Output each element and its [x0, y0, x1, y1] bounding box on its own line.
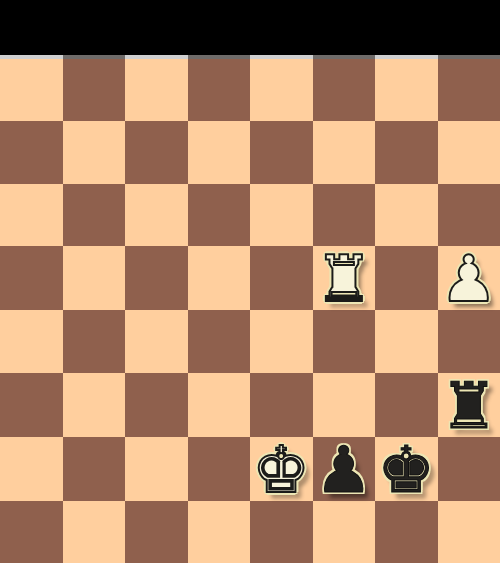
square-e2[interactable]: ♚ — [250, 437, 313, 501]
square-b5[interactable] — [63, 246, 126, 310]
square-h7[interactable] — [438, 121, 500, 183]
square-g2[interactable]: ♚ — [375, 437, 438, 501]
square-f5[interactable]: ♜ — [313, 246, 376, 310]
square-f8[interactable] — [313, 59, 376, 121]
square-a3[interactable] — [0, 373, 63, 437]
square-h8[interactable] — [438, 59, 500, 121]
square-a5[interactable] — [0, 246, 63, 310]
square-h6[interactable] — [438, 184, 500, 246]
square-e8[interactable] — [250, 59, 313, 121]
square-b7[interactable] — [63, 121, 126, 183]
square-c8[interactable] — [125, 59, 188, 121]
square-e6[interactable] — [250, 184, 313, 246]
square-a4[interactable] — [0, 310, 63, 372]
square-b8[interactable] — [63, 59, 126, 121]
square-d2[interactable] — [188, 437, 251, 501]
square-f6[interactable] — [313, 184, 376, 246]
chess-board: ♜♟♜♚♟♚ — [0, 59, 500, 563]
square-c2[interactable] — [125, 437, 188, 501]
square-f3[interactable] — [313, 373, 376, 437]
app-window: ♜♟♜♚♟♚ — [0, 0, 500, 563]
black-rook[interactable]: ♜ — [440, 374, 497, 438]
white-rook[interactable]: ♜ — [315, 247, 372, 311]
square-d8[interactable] — [188, 59, 251, 121]
square-g4[interactable] — [375, 310, 438, 372]
square-f2[interactable]: ♟ — [313, 437, 376, 501]
square-e7[interactable] — [250, 121, 313, 183]
square-f7[interactable] — [313, 121, 376, 183]
square-c5[interactable] — [125, 246, 188, 310]
square-b6[interactable] — [63, 184, 126, 246]
square-e4[interactable] — [250, 310, 313, 372]
square-g3[interactable] — [375, 373, 438, 437]
square-a7[interactable] — [0, 121, 63, 183]
square-e1[interactable] — [250, 501, 313, 563]
square-g7[interactable] — [375, 121, 438, 183]
top-black-bar — [0, 0, 500, 55]
square-c6[interactable] — [125, 184, 188, 246]
black-pawn[interactable]: ♟ — [315, 438, 372, 502]
square-h3[interactable]: ♜ — [438, 373, 500, 437]
square-d6[interactable] — [188, 184, 251, 246]
square-h1[interactable] — [438, 501, 500, 563]
square-c3[interactable] — [125, 373, 188, 437]
square-a1[interactable] — [0, 501, 63, 563]
white-pawn[interactable]: ♟ — [440, 247, 497, 311]
square-d5[interactable] — [188, 246, 251, 310]
square-e5[interactable] — [250, 246, 313, 310]
square-h5[interactable]: ♟ — [438, 246, 500, 310]
square-c1[interactable] — [125, 501, 188, 563]
square-a8[interactable] — [0, 59, 63, 121]
black-king[interactable]: ♚ — [378, 438, 435, 502]
square-d3[interactable] — [188, 373, 251, 437]
square-b4[interactable] — [63, 310, 126, 372]
square-a6[interactable] — [0, 184, 63, 246]
white-king[interactable]: ♚ — [253, 438, 310, 502]
square-c7[interactable] — [125, 121, 188, 183]
square-h2[interactable] — [438, 437, 500, 501]
square-e3[interactable] — [250, 373, 313, 437]
square-d4[interactable] — [188, 310, 251, 372]
square-c4[interactable] — [125, 310, 188, 372]
square-g8[interactable] — [375, 59, 438, 121]
square-b3[interactable] — [63, 373, 126, 437]
square-d7[interactable] — [188, 121, 251, 183]
square-g5[interactable] — [375, 246, 438, 310]
square-g6[interactable] — [375, 184, 438, 246]
square-f1[interactable] — [313, 501, 376, 563]
square-f4[interactable] — [313, 310, 376, 372]
square-d1[interactable] — [188, 501, 251, 563]
square-g1[interactable] — [375, 501, 438, 563]
square-b2[interactable] — [63, 437, 126, 501]
square-b1[interactable] — [63, 501, 126, 563]
square-h4[interactable] — [438, 310, 500, 372]
square-a2[interactable] — [0, 437, 63, 501]
